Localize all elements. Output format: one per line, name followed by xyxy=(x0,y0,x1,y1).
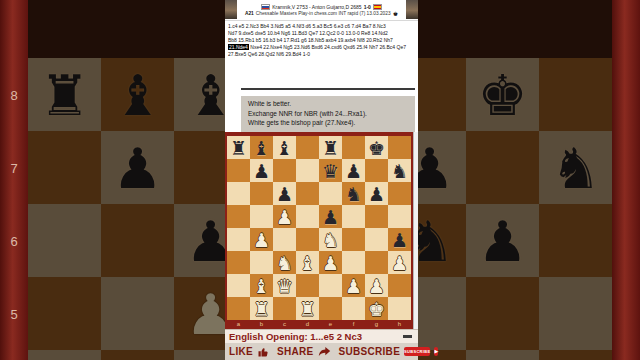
share-arrow-icon[interactable] xyxy=(318,346,331,357)
square-a2 xyxy=(227,274,250,297)
square-h6 xyxy=(388,182,411,205)
divider-line xyxy=(241,88,415,90)
square-a1 xyxy=(227,297,250,320)
white-piece: ♟ xyxy=(342,274,365,297)
bg-rank-label-8: 8 xyxy=(0,88,28,103)
square-f6: ♞ xyxy=(342,182,365,205)
square-h1 xyxy=(388,297,411,320)
black-piece: ♝ xyxy=(273,136,296,159)
black-piece: ♟ xyxy=(319,205,342,228)
file-label-d: d xyxy=(296,320,319,329)
engine-annotation: White is better. Exchange NNR for NBR (w… xyxy=(241,96,415,132)
black-piece: ♛ xyxy=(319,159,342,182)
bg-rank-label-5: 5 xyxy=(0,307,28,322)
opening-caption-bar: English Opening: 1...e5 2 Nc3 xyxy=(225,329,418,343)
black-piece: ♝ xyxy=(250,136,273,159)
move-line[interactable]: 27.Bxe5 Qe6 28.Qd2 Nf6 29.Bd4 1-0 xyxy=(228,51,415,58)
bg-rank-label-7: 7 xyxy=(0,161,28,176)
square-h7: ♞ xyxy=(388,159,411,182)
square-f5 xyxy=(342,205,365,228)
square-b3 xyxy=(250,251,273,274)
square-b1: ♜ xyxy=(250,297,273,320)
eco-code: A21 xyxy=(245,11,254,16)
move-list[interactable]: 1.c4 e5 2.Nc3 Bb4 3.Nd5 a5 4.Nf3 d6 5.a3… xyxy=(225,21,418,61)
square-c6: ♟ xyxy=(273,182,296,205)
black-piece: ♟ xyxy=(250,159,273,182)
square-e7: ♛ xyxy=(319,159,342,182)
file-label-g: g xyxy=(365,320,388,329)
white-piece: ♟ xyxy=(250,228,273,251)
square-f1 xyxy=(342,297,365,320)
white-piece: ♟ xyxy=(388,251,411,274)
white-piece: ♟ xyxy=(365,274,388,297)
black-piece: ♞ xyxy=(342,182,365,205)
square-b6 xyxy=(250,182,273,205)
thumbs-up-icon[interactable] xyxy=(257,346,269,358)
square-e8: ♜ xyxy=(319,136,342,159)
scrollbar[interactable] xyxy=(413,132,418,329)
white-piece: ♜ xyxy=(296,297,319,320)
square-c2: ♛ xyxy=(273,274,296,297)
current-move[interactable]: 21.Nde4 xyxy=(228,44,249,50)
annotation-line-1: White is better. xyxy=(248,99,415,109)
file-label-e: e xyxy=(319,320,342,329)
square-g7 xyxy=(365,159,388,182)
square-e5: ♟ xyxy=(319,205,342,228)
white-piece: ♞ xyxy=(319,228,342,251)
square-h3: ♟ xyxy=(388,251,411,274)
cta-bar: LIKE SHARE SUBSCRIBE SUBSCRIBE ▶ xyxy=(225,343,418,360)
square-h4: ♟ xyxy=(388,228,411,251)
square-g8: ♚ xyxy=(365,136,388,159)
black-piece: ♟ xyxy=(342,159,365,182)
square-h5 xyxy=(388,205,411,228)
square-e1 xyxy=(319,297,342,320)
square-f2: ♟ xyxy=(342,274,365,297)
square-d5 xyxy=(296,205,319,228)
chess-board: ♜♝♝♜♚♟♛♟♞♟♞♟♟♟♟♞♟♞♝♟♟♝♛♟♟♜♜♚ xyxy=(227,136,411,320)
square-e6 xyxy=(319,182,342,205)
bg-rank-label-6: 6 xyxy=(0,234,28,249)
move-line[interactable]: 1.c4 e5 2.Nc3 Bb4 3.Nd5 a5 4.Nf3 d6 5.a3… xyxy=(228,23,415,30)
square-g2: ♟ xyxy=(365,274,388,297)
move-line[interactable]: Nd7 9.dxe5 dxe5 10.b4 Ng6 11.Bd3 Qe7 12.… xyxy=(228,30,415,37)
video-frame: ♜♝♝♜♚♟♛♟♞♟♞♟♟♟♟♞♟ 8765 Kramnik,V 2753 - … xyxy=(0,0,640,360)
annotation-line-3: White gets the bishop pair (27.Nxe4). xyxy=(248,118,415,128)
notation-gap xyxy=(225,61,418,92)
square-e4: ♞ xyxy=(319,228,342,251)
square-g3 xyxy=(365,251,388,274)
game-header: Kramnik,V 2753 - Anton Guijarro,D 2685 1… xyxy=(225,0,418,21)
white-piece: ♜ xyxy=(250,297,273,320)
file-label-c: c xyxy=(273,320,296,329)
square-f8 xyxy=(342,136,365,159)
square-h2 xyxy=(388,274,411,297)
square-f4 xyxy=(342,228,365,251)
square-d4 xyxy=(296,228,319,251)
square-c3: ♞ xyxy=(273,251,296,274)
file-label-h: h xyxy=(388,320,411,329)
square-g6: ♟ xyxy=(365,182,388,205)
square-a4 xyxy=(227,228,250,251)
black-piece: ♟ xyxy=(273,182,296,205)
file-labels: abcdefgh xyxy=(227,320,411,329)
black-piece: ♞ xyxy=(388,159,411,182)
white-piece: ♛ xyxy=(273,274,296,297)
square-b5 xyxy=(250,205,273,228)
analysis-panel: Kramnik,V 2753 - Anton Guijarro,D 2685 1… xyxy=(225,0,418,360)
square-d3: ♝ xyxy=(296,251,319,274)
move-line[interactable]: Bb8 15.Rb1 b5 16.b3 b4 17.Rd1 g6 18.Nb5 … xyxy=(228,37,415,44)
file-label-b: b xyxy=(250,320,273,329)
square-c7 xyxy=(273,159,296,182)
minimize-icon xyxy=(403,335,412,338)
black-piece: ♚ xyxy=(365,136,388,159)
background-board-right-rail xyxy=(612,0,640,360)
square-d7 xyxy=(296,159,319,182)
move-line[interactable]: 21.Nde4 Nxe4 22.Nxe4 Ng5 23.Nd6 Bxd6 24.… xyxy=(228,44,415,51)
background-board-left-rail xyxy=(0,0,28,360)
square-c8: ♝ xyxy=(273,136,296,159)
share-label[interactable]: SHARE xyxy=(277,346,314,357)
square-f7: ♟ xyxy=(342,159,365,182)
youtube-play-icon[interactable]: ▶ xyxy=(434,347,438,356)
white-piece: ♝ xyxy=(296,251,319,274)
square-c1 xyxy=(273,297,296,320)
event-line: Chessable Masters Play-in chess.com INT … xyxy=(256,11,391,16)
square-a8: ♜ xyxy=(227,136,250,159)
square-b8: ♝ xyxy=(250,136,273,159)
square-a6 xyxy=(227,182,250,205)
square-b2: ♝ xyxy=(250,274,273,297)
square-c4 xyxy=(273,228,296,251)
square-a5 xyxy=(227,205,250,228)
square-f3 xyxy=(342,251,365,274)
black-piece: ♟ xyxy=(365,182,388,205)
square-e2 xyxy=(319,274,342,297)
square-c5: ♟ xyxy=(273,205,296,228)
subscribe-button[interactable]: SUBSCRIBE xyxy=(404,347,430,356)
game-header-text: Kramnik,V 2753 - Anton Guijarro,D 2685 1… xyxy=(237,0,406,20)
square-g4 xyxy=(365,228,388,251)
square-a3 xyxy=(227,251,250,274)
black-king-icon: ♚ xyxy=(393,10,398,17)
file-label-a: a xyxy=(227,320,250,329)
square-g1: ♚ xyxy=(365,297,388,320)
white-piece: ♞ xyxy=(273,251,296,274)
white-piece: ♚ xyxy=(365,297,388,320)
square-a7 xyxy=(227,159,250,182)
square-d2 xyxy=(296,274,319,297)
like-label[interactable]: LIKE xyxy=(229,346,253,357)
white-piece: ♟ xyxy=(319,251,342,274)
square-b7: ♟ xyxy=(250,159,273,182)
square-d6 xyxy=(296,182,319,205)
square-h8 xyxy=(388,136,411,159)
board-area: ♜♝♝♜♚♟♛♟♞♟♞♟♟♟♟♞♟♞♝♟♟♝♛♟♟♜♜♚ abcdefgh xyxy=(225,132,418,329)
square-e3: ♟ xyxy=(319,251,342,274)
black-piece: ♜ xyxy=(319,136,342,159)
black-player-photo xyxy=(406,0,418,19)
white-player-photo xyxy=(225,0,237,19)
board-frame: ♜♝♝♜♚♟♛♟♞♟♞♟♟♟♟♞♟♞♝♟♟♝♛♟♟♜♜♚ abcdefgh xyxy=(225,132,413,329)
black-piece: ♟ xyxy=(388,228,411,251)
white-piece: ♝ xyxy=(250,274,273,297)
black-piece: ♜ xyxy=(227,136,250,159)
square-d8 xyxy=(296,136,319,159)
subscribe-label[interactable]: SUBSCRIBE xyxy=(339,346,401,357)
square-b4: ♟ xyxy=(250,228,273,251)
annotation-line-2: Exchange NNR for NBR (with 24...Rxa1). xyxy=(248,109,415,119)
opening-caption: English Opening: 1...e5 2 Nc3 xyxy=(225,331,403,342)
square-g5 xyxy=(365,205,388,228)
white-piece: ♟ xyxy=(273,205,296,228)
square-d1: ♜ xyxy=(296,297,319,320)
file-label-f: f xyxy=(342,320,365,329)
